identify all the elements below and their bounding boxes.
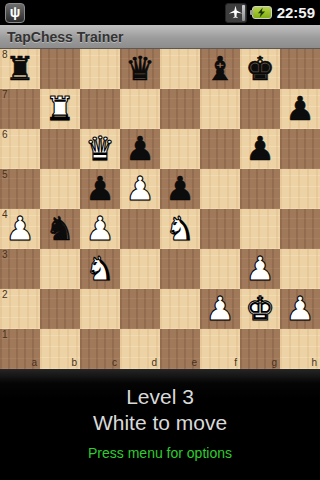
square-e1[interactable]: e <box>160 329 200 369</box>
piece-black-pawn[interactable]: ♟ <box>85 170 115 208</box>
menu-hint-label: Press menu for options <box>0 445 320 461</box>
square-e6[interactable] <box>160 129 200 169</box>
square-b1[interactable]: b <box>40 329 80 369</box>
rank-label-5: 5 <box>2 170 8 180</box>
square-h5[interactable] <box>280 169 320 209</box>
square-g1[interactable]: g <box>240 329 280 369</box>
square-a3[interactable]: 3 <box>0 249 40 289</box>
square-d7[interactable] <box>120 89 160 129</box>
file-label-a: a <box>31 358 37 368</box>
square-a7[interactable]: 7 <box>0 89 40 129</box>
square-h1[interactable]: h <box>280 329 320 369</box>
square-h7[interactable]: ♟ <box>280 89 320 129</box>
piece-black-pawn[interactable]: ♟ <box>245 130 275 168</box>
square-c2[interactable] <box>80 289 120 329</box>
square-c3[interactable]: ♞ <box>80 249 120 289</box>
square-g4[interactable] <box>240 209 280 249</box>
file-label-h: h <box>311 358 317 368</box>
turn-label: White to move <box>0 410 320 436</box>
square-f8[interactable]: ♝ <box>200 49 240 89</box>
square-e2[interactable] <box>160 289 200 329</box>
title-bar: TapChess Trainer <box>0 25 320 49</box>
piece-white-pawn[interactable]: ♟ <box>5 210 35 248</box>
square-g3[interactable]: ♟ <box>240 249 280 289</box>
file-label-g: g <box>271 358 277 368</box>
square-c7[interactable] <box>80 89 120 129</box>
app-title: TapChess Trainer <box>0 29 123 45</box>
piece-black-bishop[interactable]: ♝ <box>205 50 235 88</box>
rank-label-1: 1 <box>2 330 8 340</box>
app-screen: ψ 22:59 TapChess Trainer 8♜♛♝♚7♜♟6♛♟♟5♟♟… <box>0 0 320 480</box>
rank-label-3: 3 <box>2 250 8 260</box>
square-g8[interactable]: ♚ <box>240 49 280 89</box>
piece-black-queen[interactable]: ♛ <box>125 50 155 88</box>
piece-white-pawn[interactable]: ♟ <box>125 170 155 208</box>
square-h3[interactable] <box>280 249 320 289</box>
square-h8[interactable] <box>280 49 320 89</box>
square-d1[interactable]: d <box>120 329 160 369</box>
square-a2[interactable]: 2 <box>0 289 40 329</box>
piece-white-knight[interactable]: ♞ <box>85 250 115 288</box>
status-panel: Level 3 White to move Press menu for opt… <box>0 369 320 480</box>
square-f2[interactable]: ♟ <box>200 289 240 329</box>
piece-black-pawn[interactable]: ♟ <box>165 170 195 208</box>
square-b2[interactable] <box>40 289 80 329</box>
square-b8[interactable] <box>40 49 80 89</box>
status-bar-right: 22:59 <box>225 3 317 23</box>
piece-white-queen[interactable]: ♛ <box>85 130 115 168</box>
rank-label-4: 4 <box>2 210 8 220</box>
file-label-b: b <box>71 358 77 368</box>
square-d4[interactable] <box>120 209 160 249</box>
square-a6[interactable]: 6 <box>0 129 40 169</box>
piece-white-knight[interactable]: ♞ <box>165 210 195 248</box>
square-f4[interactable] <box>200 209 240 249</box>
square-e4[interactable]: ♞ <box>160 209 200 249</box>
square-f7[interactable] <box>200 89 240 129</box>
charging-bolt-icon <box>256 7 267 18</box>
square-d3[interactable] <box>120 249 160 289</box>
piece-black-king[interactable]: ♚ <box>245 50 275 88</box>
square-g6[interactable]: ♟ <box>240 129 280 169</box>
file-label-d: d <box>151 358 157 368</box>
square-g5[interactable] <box>240 169 280 209</box>
square-b7[interactable]: ♜ <box>40 89 80 129</box>
square-d2[interactable] <box>120 289 160 329</box>
usb-icon: ψ <box>5 3 25 23</box>
battery-charging-icon <box>252 6 272 19</box>
square-e8[interactable] <box>160 49 200 89</box>
file-label-e: e <box>191 358 197 368</box>
square-c4[interactable]: ♟ <box>80 209 120 249</box>
piece-black-pawn[interactable]: ♟ <box>125 130 155 168</box>
square-c1[interactable]: c <box>80 329 120 369</box>
piece-white-pawn[interactable]: ♟ <box>285 290 315 328</box>
file-label-f: f <box>234 358 237 368</box>
square-g7[interactable] <box>240 89 280 129</box>
square-b4[interactable]: ♞ <box>40 209 80 249</box>
chess-board[interactable]: 8♜♛♝♚7♜♟6♛♟♟5♟♟♟4♟♞♟♞3♞♟2♟♚♟1abcdefgh <box>0 49 320 369</box>
square-a4[interactable]: 4♟ <box>0 209 40 249</box>
square-a8[interactable]: 8♜ <box>0 49 40 89</box>
square-e3[interactable] <box>160 249 200 289</box>
square-a1[interactable]: 1a <box>0 329 40 369</box>
piece-black-knight[interactable]: ♞ <box>45 210 75 248</box>
level-label: Level 3 <box>0 384 320 410</box>
square-c5[interactable]: ♟ <box>80 169 120 209</box>
status-bar: ψ 22:59 <box>0 0 320 25</box>
square-b5[interactable] <box>40 169 80 209</box>
square-c8[interactable] <box>80 49 120 89</box>
square-b6[interactable] <box>40 129 80 169</box>
square-f3[interactable] <box>200 249 240 289</box>
airplane-glyph <box>228 5 243 20</box>
square-f5[interactable] <box>200 169 240 209</box>
piece-white-rook[interactable]: ♜ <box>45 90 75 128</box>
piece-black-pawn[interactable]: ♟ <box>285 90 315 128</box>
square-e5[interactable]: ♟ <box>160 169 200 209</box>
square-f6[interactable] <box>200 129 240 169</box>
rank-label-6: 6 <box>2 130 8 140</box>
piece-black-rook[interactable]: ♜ <box>5 50 35 88</box>
file-label-c: c <box>112 358 117 368</box>
rank-label-2: 2 <box>2 290 8 300</box>
square-e7[interactable] <box>160 89 200 129</box>
square-d8[interactable]: ♛ <box>120 49 160 89</box>
square-a5[interactable]: 5 <box>0 169 40 209</box>
square-c6[interactable]: ♛ <box>80 129 120 169</box>
square-d6[interactable]: ♟ <box>120 129 160 169</box>
square-g2[interactable]: ♚ <box>240 289 280 329</box>
rank-label-8: 8 <box>2 50 8 60</box>
square-b3[interactable] <box>40 249 80 289</box>
usb-glyph: ψ <box>10 5 21 19</box>
rank-label-7: 7 <box>2 90 8 100</box>
airplane-mode-icon <box>225 3 247 23</box>
piece-white-pawn[interactable]: ♟ <box>85 210 115 248</box>
piece-white-pawn[interactable]: ♟ <box>245 250 275 288</box>
piece-white-pawn[interactable]: ♟ <box>205 290 235 328</box>
square-h6[interactable] <box>280 129 320 169</box>
square-f1[interactable]: f <box>200 329 240 369</box>
square-h4[interactable] <box>280 209 320 249</box>
piece-white-king[interactable]: ♚ <box>245 290 275 328</box>
square-d5[interactable]: ♟ <box>120 169 160 209</box>
status-clock: 22:59 <box>277 4 317 21</box>
square-h2[interactable]: ♟ <box>280 289 320 329</box>
